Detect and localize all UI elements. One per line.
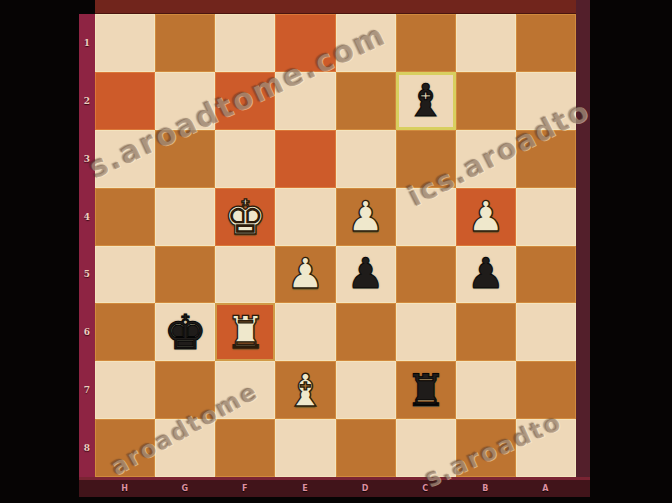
piece-white-pawn: ♟ [287,253,325,295]
square-c2: ♝ [396,72,456,130]
piece-black-king: ♚ [164,308,207,356]
square-d4: ♟ [336,188,396,246]
square-d2 [336,72,396,130]
board-frame-right [576,0,590,477]
piece-white-king: ♚ [224,193,267,241]
square-d8 [336,419,396,477]
square-b8 [456,419,516,477]
square-g4 [155,188,215,246]
square-a6 [516,303,576,361]
square-a4 [516,188,576,246]
square-g1 [155,14,215,72]
piece-black-pawn: ♟ [347,253,385,295]
square-a1 [516,14,576,72]
square-g8 [155,419,215,477]
square-b5: ♟ [456,246,516,304]
square-a8 [516,419,576,477]
file-label-g: G [155,480,215,497]
square-g3 [155,130,215,188]
rank-label-4: 4 [79,188,95,246]
square-f6: ♜ [215,303,275,361]
square-c6 [396,303,456,361]
square-b2 [456,72,516,130]
square-a5 [516,246,576,304]
square-f5 [215,246,275,304]
board-grid: ♝♚♟♟♟♟♟♚♜♝♜ [95,14,576,477]
square-c4 [396,188,456,246]
square-c3 [396,130,456,188]
square-f2 [215,72,275,130]
square-e4 [275,188,335,246]
file-label-a: A [516,480,576,497]
square-c7: ♜ [396,361,456,419]
square-g6: ♚ [155,303,215,361]
square-f4: ♚ [215,188,275,246]
square-e1 [275,14,335,72]
chess-diagram: 12345678 ♝♚♟♟♟♟♟♚♜♝♜ HGFEDCBA [79,0,590,497]
piece-black-bishop: ♝ [406,78,446,123]
square-f1 [215,14,275,72]
square-h7 [95,361,155,419]
file-label-f: F [215,480,275,497]
square-a3 [516,130,576,188]
file-label-b: B [456,480,516,497]
piece-white-pawn: ♟ [467,196,505,238]
square-e5: ♟ [275,246,335,304]
square-b1 [456,14,516,72]
square-a7 [516,361,576,419]
square-c8 [396,419,456,477]
square-h5 [95,246,155,304]
square-e3 [275,130,335,188]
square-b4: ♟ [456,188,516,246]
board-frame-top [95,0,576,14]
square-d1 [336,14,396,72]
rank-label-3: 3 [79,130,95,188]
square-g2 [155,72,215,130]
square-d7 [336,361,396,419]
square-c5 [396,246,456,304]
square-f8 [215,419,275,477]
square-b3 [456,130,516,188]
rank-label-5: 5 [79,246,95,304]
square-g7 [155,361,215,419]
square-e8 [275,419,335,477]
square-c1 [396,14,456,72]
square-f7 [215,361,275,419]
square-b7 [456,361,516,419]
square-e2 [275,72,335,130]
piece-white-pawn: ♟ [347,196,385,238]
rank-label-7: 7 [79,361,95,419]
square-h1 [95,14,155,72]
file-label-c: C [396,480,456,497]
square-e6 [275,303,335,361]
square-d3 [336,130,396,188]
square-h3 [95,130,155,188]
rank-labels: 12345678 [79,14,95,477]
square-d6 [336,303,396,361]
board-frame-bottom: HGFEDCBA [79,477,590,497]
rank-label-2: 2 [79,72,95,130]
square-b6 [456,303,516,361]
piece-white-rook: ♜ [225,310,265,355]
square-h8 [95,419,155,477]
file-label-e: E [275,480,335,497]
file-labels: HGFEDCBA [95,480,576,497]
page-background: 12345678 ♝♚♟♟♟♟♟♚♜♝♜ HGFEDCBA s.aroadtom… [0,0,672,503]
square-a2 [516,72,576,130]
square-f3 [215,130,275,188]
square-d5: ♟ [336,246,396,304]
piece-white-bishop: ♝ [285,368,325,413]
file-label-d: D [336,480,396,497]
square-h6 [95,303,155,361]
rank-label-8: 8 [79,419,95,477]
piece-black-pawn: ♟ [467,253,505,295]
square-h2 [95,72,155,130]
square-e7: ♝ [275,361,335,419]
rank-label-6: 6 [79,303,95,361]
file-label-h: H [95,480,155,497]
square-g5 [155,246,215,304]
rank-label-1: 1 [79,14,95,72]
square-h4 [95,188,155,246]
piece-black-rook: ♜ [406,368,446,413]
